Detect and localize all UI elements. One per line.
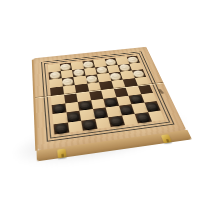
black-man[interactable]: ⛂	[82, 119, 96, 130]
black-man[interactable]: ⛂	[54, 123, 67, 134]
brass-latch-right	[161, 134, 172, 143]
checkers-board[interactable]: ⛀⛀⛀⛀⛀⛀⛀⛀⛀⛀⛀⛀⛂⛂⛂⛂⛂⛂⛂⛂⛂⛂⛂⛂	[34, 47, 187, 151]
brass-latch-left	[57, 149, 66, 159]
square-a1[interactable]: ⛂	[53, 122, 68, 134]
product-photo-scene: ⛀⛀⛀⛀⛀⛀⛀⛀⛀⛀⛀⛀⛂⛂⛂⛂⛂⛂⛂⛂⛂⛂⛂⛂	[0, 0, 200, 200]
